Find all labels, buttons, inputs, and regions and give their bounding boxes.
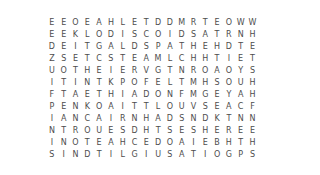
grid-cell[interactable]: D [164,17,176,29]
grid-cell[interactable]: E [199,137,211,149]
grid-cell[interactable]: T [164,65,176,77]
grid-cell[interactable]: A [105,101,117,113]
grid-cell[interactable]: S [188,29,200,41]
grid-cell[interactable]: N [235,113,247,125]
grid-cell[interactable]: T [93,149,105,161]
grid-cell[interactable]: H [247,77,259,89]
grid-cell[interactable]: E [211,89,223,101]
grid-cell[interactable]: T [70,65,82,77]
grid-cell[interactable]: S [46,149,58,161]
grid-cell[interactable]: N [58,137,70,149]
grid-cell[interactable]: T [199,17,211,29]
grid-cell[interactable]: D [223,41,235,53]
grid-cell[interactable]: L [117,41,129,53]
grid-cell[interactable]: I [117,89,129,101]
grid-cell[interactable]: A [105,137,117,149]
grid-cell[interactable]: L [152,101,164,113]
grid-cell[interactable]: E [117,65,129,77]
grid-cell[interactable]: O [70,137,82,149]
grid-cell[interactable]: C [176,53,188,65]
grid-cell[interactable]: I [46,113,58,125]
grid-cell[interactable]: H [188,41,200,53]
grid-cell[interactable]: I [105,65,117,77]
grid-cell[interactable]: K [81,101,93,113]
grid-cell[interactable]: I [223,53,235,65]
grid-cell[interactable]: P [152,41,164,53]
grid-cell[interactable]: G [199,89,211,101]
grid-cell[interactable]: Z [46,53,58,65]
grid-cell[interactable]: E [58,17,70,29]
grid-cell[interactable]: H [188,53,200,65]
grid-cell[interactable]: C [81,113,93,125]
grid-cell[interactable]: E [235,53,247,65]
grid-cell[interactable]: U [235,77,247,89]
grid-cell[interactable]: L [164,77,176,89]
grid-cell[interactable]: E [152,77,164,89]
grid-cell[interactable]: D [129,41,141,53]
grid-cell[interactable]: N [247,113,259,125]
grid-cell[interactable]: E [235,125,247,137]
grid-cell[interactable]: T [93,89,105,101]
grid-cell[interactable]: I [70,77,82,89]
grid-cell[interactable]: T [58,125,70,137]
grid-cell[interactable]: L [117,17,129,29]
grid-cell[interactable]: H [105,89,117,101]
grid-cell[interactable]: T [58,89,70,101]
grid-cell[interactable]: E [176,125,188,137]
grid-cell[interactable]: T [140,101,152,113]
grid-cell[interactable]: H [223,137,235,149]
grid-cell[interactable]: E [129,53,141,65]
grid-cell[interactable]: D [199,113,211,125]
grid-cell[interactable]: C [140,29,152,41]
grid-cell[interactable]: I [188,137,200,149]
grid-cell[interactable]: O [70,17,82,29]
grid-cell[interactable]: T [117,53,129,65]
grid-cell[interactable]: W [235,17,247,29]
grid-cell[interactable]: I [58,149,70,161]
grid-cell[interactable]: M [176,17,188,29]
grid-cell[interactable]: R [70,125,82,137]
grid-cell[interactable]: N [81,77,93,89]
grid-cell[interactable]: P [46,101,58,113]
grid-cell[interactable]: E [199,41,211,53]
grid-cell[interactable]: T [81,53,93,65]
grid-cell[interactable]: L [164,53,176,65]
grid-cell[interactable]: U [176,101,188,113]
grid-cell[interactable]: E [58,101,70,113]
grid-cell[interactable]: A [176,149,188,161]
grid-cell[interactable]: A [152,113,164,125]
grid-cell[interactable]: S [164,125,176,137]
grid-cell[interactable]: D [152,17,164,29]
grid-cell[interactable]: E [129,17,141,29]
grid-cell[interactable]: E [211,101,223,113]
grid-cell[interactable]: C [235,101,247,113]
grid-cell[interactable]: U [46,65,58,77]
grid-cell[interactable]: C [129,137,141,149]
grid-cell[interactable]: T [247,53,259,65]
grid-cell[interactable]: S [247,149,259,161]
grid-cell[interactable]: N [46,125,58,137]
grid-cell[interactable]: D [105,29,117,41]
grid-cell[interactable]: T [129,101,141,113]
grid-cell[interactable]: E [81,17,93,29]
grid-cell[interactable]: S [58,53,70,65]
grid-cell[interactable]: A [93,17,105,29]
grid-cell[interactable]: O [152,29,164,41]
grid-cell[interactable]: A [70,89,82,101]
grid-cell[interactable]: O [223,65,235,77]
grid-cell[interactable]: S [247,65,259,77]
grid-cell[interactable]: T [211,29,223,41]
grid-cell[interactable]: N [129,113,141,125]
grid-cell[interactable]: T [235,137,247,149]
grid-cell[interactable]: G [152,65,164,77]
grid-cell[interactable]: E [211,125,223,137]
grid-cell[interactable]: E [211,17,223,29]
grid-cell[interactable]: P [235,149,247,161]
grid-cell[interactable]: O [58,65,70,77]
grid-cell[interactable]: S [211,77,223,89]
grid-cell[interactable]: E [46,29,58,41]
grid-cell[interactable]: F [176,89,188,101]
grid-cell[interactable]: U [152,149,164,161]
grid-cell[interactable]: T [188,149,200,161]
grid-cell[interactable]: E [93,137,105,149]
grid-cell[interactable]: T [58,77,70,89]
grid-cell[interactable]: S [164,149,176,161]
grid-cell[interactable]: R [223,125,235,137]
grid-cell[interactable]: O [93,29,105,41]
grid-cell[interactable]: R [223,29,235,41]
grid-cell[interactable]: C [93,53,105,65]
grid-cell[interactable]: G [129,149,141,161]
grid-cell[interactable]: T [81,41,93,53]
grid-cell[interactable]: H [247,137,259,149]
grid-cell[interactable]: I [46,77,58,89]
grid-cell[interactable]: H [81,65,93,77]
grid-cell[interactable]: O [223,17,235,29]
grid-cell[interactable]: V [188,101,200,113]
grid-cell[interactable]: S [129,29,141,41]
grid-cell[interactable]: D [129,125,141,137]
grid-cell[interactable]: T [235,41,247,53]
grid-cell[interactable]: N [235,29,247,41]
grid-cell[interactable]: Y [223,89,235,101]
grid-cell[interactable]: E [81,89,93,101]
grid-cell[interactable]: N [70,101,82,113]
grid-cell[interactable]: E [58,29,70,41]
grid-cell[interactable]: I [164,29,176,41]
grid-cell[interactable]: M [188,89,200,101]
grid-cell[interactable]: H [140,125,152,137]
grid-cell[interactable]: A [129,89,141,101]
grid-cell[interactable]: Y [235,65,247,77]
grid-cell[interactable]: O [164,101,176,113]
grid-cell[interactable]: N [188,113,200,125]
grid-cell[interactable]: S [188,125,200,137]
grid-cell[interactable]: A [93,113,105,125]
grid-cell[interactable]: G [93,41,105,53]
grid-cell[interactable]: V [140,65,152,77]
grid-cell[interactable]: R [129,65,141,77]
grid-cell[interactable]: F [247,101,259,113]
grid-cell[interactable]: H [247,89,259,101]
grid-cell[interactable]: E [140,137,152,149]
grid-cell[interactable]: O [152,89,164,101]
grid-cell[interactable]: R [117,113,129,125]
grid-cell[interactable]: U [93,125,105,137]
grid-cell[interactable]: I [70,41,82,53]
grid-cell[interactable]: K [211,113,223,125]
grid-cell[interactable]: A [176,137,188,149]
grid-cell[interactable]: A [199,29,211,41]
grid-cell[interactable]: H [199,125,211,137]
grid-cell[interactable]: M [188,77,200,89]
grid-cell[interactable]: R [188,17,200,29]
grid-cell[interactable]: H [140,113,152,125]
grid-cell[interactable]: S [105,53,117,65]
grid-cell[interactable]: I [140,149,152,161]
grid-cell[interactable]: E [105,125,117,137]
grid-cell[interactable]: D [46,41,58,53]
grid-cell[interactable]: I [199,149,211,161]
grid-cell[interactable]: T [93,77,105,89]
grid-cell[interactable]: D [152,137,164,149]
grid-cell[interactable]: D [176,29,188,41]
grid-cell[interactable]: O [81,125,93,137]
grid-cell[interactable]: T [223,113,235,125]
grid-cell[interactable]: I [117,101,129,113]
grid-cell[interactable]: M [152,53,164,65]
grid-cell[interactable]: R [188,65,200,77]
grid-cell[interactable]: P [117,77,129,89]
grid-cell[interactable]: A [105,41,117,53]
grid-cell[interactable]: I [105,149,117,161]
grid-cell[interactable]: T [152,125,164,137]
grid-cell[interactable]: B [211,137,223,149]
grid-cell[interactable]: O [199,65,211,77]
grid-cell[interactable]: I [105,113,117,125]
grid-cell[interactable]: A [223,101,235,113]
grid-cell[interactable]: H [247,29,259,41]
grid-cell[interactable]: N [176,65,188,77]
grid-cell[interactable]: K [70,29,82,41]
grid-cell[interactable]: A [164,41,176,53]
grid-cell[interactable]: N [70,149,82,161]
grid-cell[interactable]: N [164,89,176,101]
grid-cell[interactable]: O [223,77,235,89]
grid-cell[interactable]: I [117,29,129,41]
grid-cell[interactable]: A [140,53,152,65]
grid-cell[interactable]: S [140,41,152,53]
grid-cell[interactable]: S [199,101,211,113]
grid-cell[interactable]: E [58,41,70,53]
grid-cell[interactable]: A [58,113,70,125]
grid-cell[interactable]: H [105,17,117,29]
grid-cell[interactable]: A [235,89,247,101]
grid-cell[interactable]: S [176,113,188,125]
grid-cell[interactable]: E [93,65,105,77]
grid-cell[interactable]: E [247,41,259,53]
grid-cell[interactable]: N [70,113,82,125]
grid-cell[interactable]: T [140,17,152,29]
grid-cell[interactable]: T [176,41,188,53]
grid-cell[interactable]: O [129,77,141,89]
grid-cell[interactable]: L [117,149,129,161]
grid-cell[interactable]: H [117,137,129,149]
grid-cell[interactable]: A [211,65,223,77]
grid-cell[interactable]: L [81,29,93,41]
grid-cell[interactable]: F [140,77,152,89]
grid-cell[interactable]: D [81,149,93,161]
grid-cell[interactable]: O [164,137,176,149]
grid-cell[interactable]: E [46,17,58,29]
grid-cell[interactable]: O [93,101,105,113]
grid-cell[interactable]: W [247,17,259,29]
grid-cell[interactable]: I [46,137,58,149]
grid-cell[interactable]: H [211,41,223,53]
word-search-board: EEOEAHLETDDMRTEOWWEEKLODISCOIDSATRNHDEIT… [46,17,258,161]
grid-cell[interactable]: T [81,137,93,149]
grid-cell[interactable]: K [105,77,117,89]
grid-cell[interactable]: G [223,149,235,161]
grid-cell[interactable]: T [211,53,223,65]
grid-cell[interactable]: O [211,149,223,161]
grid-cell[interactable]: T [176,77,188,89]
grid-cell[interactable]: E [247,125,259,137]
grid-cell[interactable]: F [46,89,58,101]
grid-cell[interactable]: D [140,89,152,101]
grid-cell[interactable]: S [117,125,129,137]
grid-cell[interactable]: H [199,53,211,65]
grid-cell[interactable]: E [70,53,82,65]
grid-cell[interactable]: H [199,77,211,89]
grid-cell[interactable]: D [164,113,176,125]
